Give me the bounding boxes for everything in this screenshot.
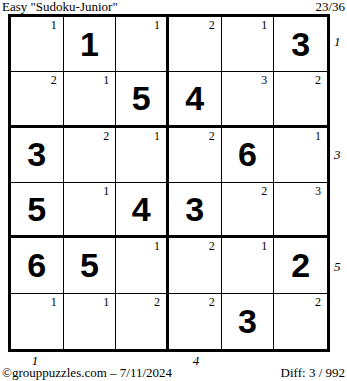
cell-corner-mark: 2 [209,239,215,253]
cell-value: 3 [169,183,221,235]
cell-corner-mark: 1 [154,129,160,143]
cell-r5c6[interactable]: 2 [274,238,327,293]
cell-corner-mark: 1 [103,73,109,87]
cell-r3c6[interactable]: 1 [274,128,327,183]
cell-r5c5[interactable]: 1 [222,238,275,293]
cell-r4c3[interactable]: 4 [116,183,169,238]
cell-r4c6[interactable]: 3 [274,183,327,238]
cell-r6c3[interactable]: 2 [116,294,169,349]
col-label-4: 4 [193,353,200,369]
cell-r4c1[interactable]: 5 [11,183,64,238]
cell-corner-mark: 2 [315,73,321,87]
cell-r1c3[interactable]: 1 [116,17,169,72]
cell-corner-mark: 1 [315,129,321,143]
cell-r4c2[interactable]: 1 [64,183,117,238]
cell-corner-mark: 1 [261,239,267,253]
cell-corner-mark: 1 [261,18,267,32]
cell-corner-mark: 2 [103,129,109,143]
cell-r4c4[interactable]: 3 [169,183,222,238]
cell-r1c2[interactable]: 1 [64,17,117,72]
cell-r3c5[interactable]: 6 [222,128,275,183]
cell-r6c5[interactable]: 3 [222,294,275,349]
cell-r3c4[interactable]: 2 [169,128,222,183]
row-label-1: 1 [334,34,341,50]
cell-corner-mark: 1 [51,18,57,32]
cell-r2c3[interactable]: 5 [116,72,169,127]
cell-value: 4 [169,72,221,124]
cell-r4c5[interactable]: 2 [222,183,275,238]
cell-r2c1[interactable]: 2 [11,72,64,127]
page-title: Easy "Sudoku-Junior" [2,0,118,14]
cell-r6c6[interactable]: 2 [274,294,327,349]
cell-r5c2[interactable]: 5 [64,238,117,293]
cell-corner-mark: 2 [315,295,321,309]
copyright-text: ©grouppuzzles.com – 7/11/2024 [2,366,172,380]
cell-value: 5 [11,183,63,235]
progress-counter: 23/36 [315,0,345,14]
cell-r3c3[interactable]: 1 [116,128,169,183]
cell-r1c4[interactable]: 2 [169,17,222,72]
cell-value: 1 [64,17,116,71]
cell-r6c1[interactable]: 1 [11,294,64,349]
cell-r2c5[interactable]: 3 [222,72,275,127]
cell-r6c4[interactable]: 2 [169,294,222,349]
row-label-5: 5 [334,259,341,275]
cell-r1c5[interactable]: 1 [222,17,275,72]
row-label-3: 3 [334,147,341,163]
cell-r1c1[interactable]: 1 [11,17,64,72]
cell-r6c2[interactable]: 1 [64,294,117,349]
cell-r3c1[interactable]: 3 [11,128,64,183]
sudoku-grid: 111213215432321261514323651212112232 [8,14,330,352]
puzzle-page: Easy "Sudoku-Junior" 23/36 1112132154323… [0,0,347,381]
cell-corner-mark: 2 [209,18,215,32]
cell-corner-mark: 1 [51,295,57,309]
cell-value: 6 [11,238,63,292]
cell-r5c3[interactable]: 1 [116,238,169,293]
cell-corner-mark: 1 [103,184,109,198]
cell-corner-mark: 2 [209,129,215,143]
difficulty-text: Diff: 3 / 992 [281,366,345,380]
cell-r5c1[interactable]: 6 [11,238,64,293]
cell-r5c4[interactable]: 2 [169,238,222,293]
cell-r1c6[interactable]: 3 [274,17,327,72]
cell-value: 6 [222,128,274,182]
cell-r3c2[interactable]: 2 [64,128,117,183]
cell-r2c2[interactable]: 1 [64,72,117,127]
cell-corner-mark: 2 [209,295,215,309]
cell-corner-mark: 1 [154,18,160,32]
cell-value: 2 [274,238,327,292]
cell-r2c4[interactable]: 4 [169,72,222,127]
cell-corner-mark: 2 [154,295,160,309]
cell-corner-mark: 3 [315,184,321,198]
cell-value: 5 [116,72,166,124]
cell-value: 3 [222,294,274,349]
cell-value: 5 [64,238,116,292]
cell-corner-mark: 2 [261,184,267,198]
cell-value: 3 [274,17,327,71]
cell-corner-mark: 1 [154,239,160,253]
cell-value: 3 [11,128,63,182]
cell-corner-mark: 2 [51,73,57,87]
cell-corner-mark: 1 [103,295,109,309]
cell-r2c6[interactable]: 2 [274,72,327,127]
cell-corner-mark: 3 [261,73,267,87]
cell-value: 4 [116,183,166,235]
